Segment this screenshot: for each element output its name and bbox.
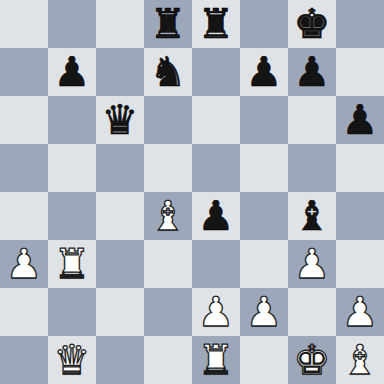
square-h4[interactable] xyxy=(336,192,384,240)
square-b7[interactable]: ♟ xyxy=(48,48,96,96)
piece-white-rook[interactable]: ♜ xyxy=(48,240,96,288)
square-c3[interactable] xyxy=(96,240,144,288)
piece-white-pawn[interactable]: ♟ xyxy=(336,288,384,336)
square-g5[interactable] xyxy=(288,144,336,192)
square-a3[interactable]: ♟ xyxy=(0,240,48,288)
square-e2[interactable]: ♟ xyxy=(192,288,240,336)
square-c1[interactable] xyxy=(96,336,144,384)
piece-white-pawn[interactable]: ♟ xyxy=(0,240,48,288)
piece-white-pawn[interactable]: ♟ xyxy=(288,240,336,288)
square-d5[interactable] xyxy=(144,144,192,192)
square-c7[interactable] xyxy=(96,48,144,96)
square-b1[interactable]: ♛ xyxy=(48,336,96,384)
square-g3[interactable]: ♟ xyxy=(288,240,336,288)
square-f8[interactable] xyxy=(240,0,288,48)
square-d8[interactable]: ♜ xyxy=(144,0,192,48)
piece-black-rook[interactable]: ♜ xyxy=(192,0,240,48)
square-a1[interactable] xyxy=(0,336,48,384)
square-e8[interactable]: ♜ xyxy=(192,0,240,48)
square-g2[interactable] xyxy=(288,288,336,336)
square-g8[interactable]: ♚ xyxy=(288,0,336,48)
square-a5[interactable] xyxy=(0,144,48,192)
square-h5[interactable] xyxy=(336,144,384,192)
square-f2[interactable]: ♟ xyxy=(240,288,288,336)
square-e3[interactable] xyxy=(192,240,240,288)
piece-white-pawn[interactable]: ♟ xyxy=(192,288,240,336)
square-d6[interactable] xyxy=(144,96,192,144)
chess-board: ♜♜♚♟♞♟♟♛♟♝♟♝♟♜♟♟♟♟♛♜♚♝ xyxy=(0,0,384,384)
square-b8[interactable] xyxy=(48,0,96,48)
square-h3[interactable] xyxy=(336,240,384,288)
square-e7[interactable] xyxy=(192,48,240,96)
square-c2[interactable] xyxy=(96,288,144,336)
square-c8[interactable] xyxy=(96,0,144,48)
square-a4[interactable] xyxy=(0,192,48,240)
piece-white-bishop[interactable]: ♝ xyxy=(336,336,384,384)
square-a6[interactable] xyxy=(0,96,48,144)
square-g1[interactable]: ♚ xyxy=(288,336,336,384)
square-f3[interactable] xyxy=(240,240,288,288)
square-h6[interactable]: ♟ xyxy=(336,96,384,144)
square-c5[interactable] xyxy=(96,144,144,192)
square-b5[interactable] xyxy=(48,144,96,192)
square-e1[interactable]: ♜ xyxy=(192,336,240,384)
square-b2[interactable] xyxy=(48,288,96,336)
square-g6[interactable] xyxy=(288,96,336,144)
square-f7[interactable]: ♟ xyxy=(240,48,288,96)
square-h7[interactable] xyxy=(336,48,384,96)
square-f6[interactable] xyxy=(240,96,288,144)
piece-white-king[interactable]: ♚ xyxy=(288,336,336,384)
square-h8[interactable] xyxy=(336,0,384,48)
piece-black-pawn[interactable]: ♟ xyxy=(336,96,384,144)
square-e6[interactable] xyxy=(192,96,240,144)
square-g7[interactable]: ♟ xyxy=(288,48,336,96)
piece-white-rook[interactable]: ♜ xyxy=(192,336,240,384)
square-a2[interactable] xyxy=(0,288,48,336)
square-a7[interactable] xyxy=(0,48,48,96)
square-d1[interactable] xyxy=(144,336,192,384)
piece-black-knight[interactable]: ♞ xyxy=(144,48,192,96)
square-e4[interactable]: ♟ xyxy=(192,192,240,240)
square-f4[interactable] xyxy=(240,192,288,240)
square-a8[interactable] xyxy=(0,0,48,48)
piece-white-queen[interactable]: ♛ xyxy=(48,336,96,384)
square-b6[interactable] xyxy=(48,96,96,144)
square-d4[interactable]: ♝ xyxy=(144,192,192,240)
piece-white-pawn[interactable]: ♟ xyxy=(240,288,288,336)
square-d2[interactable] xyxy=(144,288,192,336)
piece-black-bishop[interactable]: ♝ xyxy=(288,192,336,240)
piece-black-king[interactable]: ♚ xyxy=(288,0,336,48)
piece-black-pawn[interactable]: ♟ xyxy=(192,192,240,240)
square-f1[interactable] xyxy=(240,336,288,384)
square-h1[interactable]: ♝ xyxy=(336,336,384,384)
piece-black-pawn[interactable]: ♟ xyxy=(48,48,96,96)
square-d3[interactable] xyxy=(144,240,192,288)
square-g4[interactable]: ♝ xyxy=(288,192,336,240)
square-b4[interactable] xyxy=(48,192,96,240)
piece-black-rook[interactable]: ♜ xyxy=(144,0,192,48)
square-c4[interactable] xyxy=(96,192,144,240)
piece-black-queen[interactable]: ♛ xyxy=(96,96,144,144)
square-f5[interactable] xyxy=(240,144,288,192)
square-e5[interactable] xyxy=(192,144,240,192)
piece-black-pawn[interactable]: ♟ xyxy=(288,48,336,96)
square-c6[interactable]: ♛ xyxy=(96,96,144,144)
piece-black-pawn[interactable]: ♟ xyxy=(240,48,288,96)
piece-white-bishop[interactable]: ♝ xyxy=(144,192,192,240)
square-h2[interactable]: ♟ xyxy=(336,288,384,336)
square-d7[interactable]: ♞ xyxy=(144,48,192,96)
square-b3[interactable]: ♜ xyxy=(48,240,96,288)
chess-board-container: ♜♜♚♟♞♟♟♛♟♝♟♝♟♜♟♟♟♟♛♜♚♝ xyxy=(0,0,384,384)
